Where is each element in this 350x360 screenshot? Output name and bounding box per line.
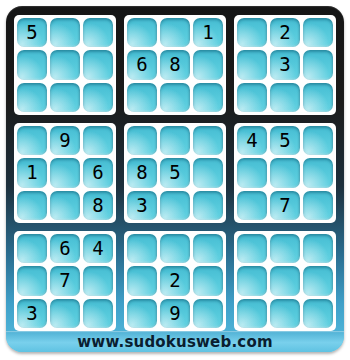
cell-r7c9[interactable] — [303, 234, 333, 263]
cell-r6c7[interactable] — [237, 191, 267, 220]
cell-r1c5[interactable] — [160, 18, 190, 47]
cell-r9c6[interactable] — [193, 299, 223, 328]
cell-r2c3[interactable] — [83, 50, 113, 79]
box-5: 853 — [124, 123, 226, 223]
cell-r8c6[interactable] — [193, 266, 223, 295]
cell-r5c4[interactable]: 8 — [127, 158, 157, 187]
cell-r8c4[interactable] — [127, 266, 157, 295]
cell-r1c4[interactable] — [127, 18, 157, 47]
sudoku-board: 5 168 23 9168 853 457 6473 29 — [14, 15, 336, 331]
cell-r6c6[interactable] — [193, 191, 223, 220]
cell-r9c3[interactable] — [83, 299, 113, 328]
cell-r5c2[interactable] — [50, 158, 80, 187]
cell-r3c5[interactable] — [160, 83, 190, 112]
cell-r9c9[interactable] — [303, 299, 333, 328]
sudoku-page: 5 168 23 9168 853 457 6473 29 www.sudoku… — [0, 0, 350, 360]
cell-r8c7[interactable] — [237, 266, 267, 295]
cell-r6c5[interactable] — [160, 191, 190, 220]
cell-r2c8[interactable]: 3 — [270, 50, 300, 79]
cell-r2c7[interactable] — [237, 50, 267, 79]
cell-r4c6[interactable] — [193, 126, 223, 155]
cell-r1c9[interactable] — [303, 18, 333, 47]
cell-r3c6[interactable] — [193, 83, 223, 112]
cell-r1c1[interactable]: 5 — [17, 18, 47, 47]
box-9 — [234, 231, 336, 331]
cell-r4c9[interactable] — [303, 126, 333, 155]
cell-r7c5[interactable] — [160, 234, 190, 263]
cell-r5c1[interactable]: 1 — [17, 158, 47, 187]
cell-r8c9[interactable] — [303, 266, 333, 295]
cell-r5c6[interactable] — [193, 158, 223, 187]
box-2: 168 — [124, 15, 226, 115]
cell-r8c5[interactable]: 2 — [160, 266, 190, 295]
cell-r6c2[interactable] — [50, 191, 80, 220]
cell-r4c7[interactable]: 4 — [237, 126, 267, 155]
cell-r8c2[interactable]: 7 — [50, 266, 80, 295]
board-frame: 5 168 23 9168 853 457 6473 29 www.sudoku… — [6, 6, 344, 352]
cell-r9c1[interactable]: 3 — [17, 299, 47, 328]
cell-r6c3[interactable]: 8 — [83, 191, 113, 220]
box-1: 5 — [14, 15, 116, 115]
box-8: 29 — [124, 231, 226, 331]
cell-r3c1[interactable] — [17, 83, 47, 112]
cell-r9c7[interactable] — [237, 299, 267, 328]
cell-r1c2[interactable] — [50, 18, 80, 47]
cell-r2c6[interactable] — [193, 50, 223, 79]
cell-r4c2[interactable]: 9 — [50, 126, 80, 155]
cell-r3c9[interactable] — [303, 83, 333, 112]
cell-r2c5[interactable]: 8 — [160, 50, 190, 79]
cell-r2c1[interactable] — [17, 50, 47, 79]
cell-r7c3[interactable]: 4 — [83, 234, 113, 263]
box-4: 9168 — [14, 123, 116, 223]
cell-r2c2[interactable] — [50, 50, 80, 79]
cell-r5c3[interactable]: 6 — [83, 158, 113, 187]
cell-r4c5[interactable] — [160, 126, 190, 155]
cell-r1c8[interactable]: 2 — [270, 18, 300, 47]
cell-r1c7[interactable] — [237, 18, 267, 47]
footer-bar: www.sudokusweb.com — [6, 331, 344, 352]
cell-r1c3[interactable] — [83, 18, 113, 47]
cell-r6c8[interactable]: 7 — [270, 191, 300, 220]
box-6: 457 — [234, 123, 336, 223]
cell-r9c4[interactable] — [127, 299, 157, 328]
cell-r9c2[interactable] — [50, 299, 80, 328]
cell-r9c8[interactable] — [270, 299, 300, 328]
cell-r6c1[interactable] — [17, 191, 47, 220]
cell-r3c4[interactable] — [127, 83, 157, 112]
cell-r7c6[interactable] — [193, 234, 223, 263]
cell-r4c4[interactable] — [127, 126, 157, 155]
cell-r6c9[interactable] — [303, 191, 333, 220]
cell-r5c8[interactable] — [270, 158, 300, 187]
cell-r8c1[interactable] — [17, 266, 47, 295]
cell-r7c2[interactable]: 6 — [50, 234, 80, 263]
cell-r4c1[interactable] — [17, 126, 47, 155]
cell-r5c7[interactable] — [237, 158, 267, 187]
cell-r2c9[interactable] — [303, 50, 333, 79]
cell-r3c3[interactable] — [83, 83, 113, 112]
cell-r3c8[interactable] — [270, 83, 300, 112]
cell-r1c6[interactable]: 1 — [193, 18, 223, 47]
cell-r4c3[interactable] — [83, 126, 113, 155]
cell-r2c4[interactable]: 6 — [127, 50, 157, 79]
box-7: 6473 — [14, 231, 116, 331]
cell-r4c8[interactable]: 5 — [270, 126, 300, 155]
cell-r7c8[interactable] — [270, 234, 300, 263]
cell-r5c9[interactable] — [303, 158, 333, 187]
site-url-link[interactable]: www.sudokusweb.com — [77, 333, 272, 351]
cell-r9c5[interactable]: 9 — [160, 299, 190, 328]
cell-r7c1[interactable] — [17, 234, 47, 263]
cell-r8c8[interactable] — [270, 266, 300, 295]
cell-r3c7[interactable] — [237, 83, 267, 112]
cell-r3c2[interactable] — [50, 83, 80, 112]
cell-r7c7[interactable] — [237, 234, 267, 263]
cell-r5c5[interactable]: 5 — [160, 158, 190, 187]
box-3: 23 — [234, 15, 336, 115]
cell-r8c3[interactable] — [83, 266, 113, 295]
cell-r7c4[interactable] — [127, 234, 157, 263]
cell-r6c4[interactable]: 3 — [127, 191, 157, 220]
